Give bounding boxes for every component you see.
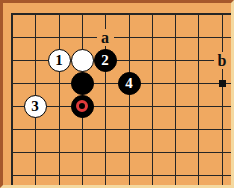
point-label-b: b	[214, 52, 231, 69]
stone-number: 4	[125, 76, 133, 91]
frame-highlight	[0, 0, 234, 1]
grid-line-vertical	[175, 13, 176, 185]
white-stone-3: 3	[24, 95, 47, 118]
star-point	[219, 80, 226, 87]
stone-number: 2	[101, 53, 109, 68]
black-stone	[71, 72, 94, 95]
white-stone-1: 1	[48, 49, 71, 72]
stone-number: 1	[55, 53, 63, 68]
black-stone-4: 4	[118, 72, 141, 95]
white-stone	[71, 49, 94, 72]
grid-line-vertical	[11, 13, 13, 185]
grid-line-vertical	[152, 13, 153, 185]
go-board: ab1243	[3, 3, 231, 185]
grid-line-vertical	[59, 13, 60, 185]
grid-line-vertical	[129, 13, 130, 185]
go-diagram: ab1243	[0, 0, 234, 188]
circle-marker-icon	[76, 100, 88, 112]
black-stone-2: 2	[94, 49, 117, 72]
point-label-a: a	[97, 29, 114, 46]
grid-line-vertical	[198, 13, 199, 185]
grid-line-vertical	[222, 13, 223, 185]
marked-black-stone	[71, 95, 94, 118]
stone-number: 3	[31, 99, 39, 114]
